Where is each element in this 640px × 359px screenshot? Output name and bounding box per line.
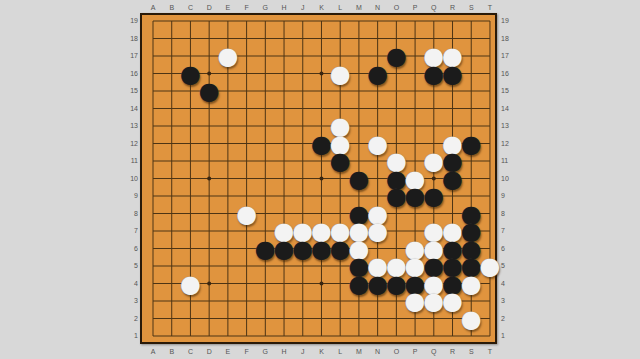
star-point-D4 [207, 282, 211, 286]
coord-left-8: 8 [124, 210, 138, 218]
coord-left-4: 4 [124, 280, 138, 288]
coord-bottom-A: A [148, 348, 158, 356]
coord-bottom-G: G [260, 348, 270, 356]
coord-bottom-M: M [354, 348, 364, 356]
go-app-screen: AABBCCDDEEFFGGHHJJKKLLMMNNOOPPQQRRSSTT19… [0, 0, 640, 359]
coord-left-12: 12 [124, 140, 138, 148]
coord-right-1: 1 [501, 332, 515, 340]
coord-right-13: 13 [501, 122, 515, 130]
coord-top-F: F [242, 4, 252, 12]
coord-top-Q: Q [429, 4, 439, 12]
coord-right-19: 19 [501, 17, 515, 25]
coord-right-2: 2 [501, 315, 515, 323]
coord-left-17: 17 [124, 52, 138, 60]
coord-right-18: 18 [501, 35, 515, 43]
coord-top-D: D [204, 4, 214, 12]
coord-right-15: 15 [501, 87, 515, 95]
coord-left-6: 6 [124, 245, 138, 253]
coord-left-18: 18 [124, 35, 138, 43]
coord-top-S: S [466, 4, 476, 12]
star-point-Q4 [432, 282, 436, 286]
coord-left-2: 2 [124, 315, 138, 323]
star-point-Q10 [432, 177, 436, 181]
coord-top-E: E [223, 4, 233, 12]
star-point-K10 [319, 177, 323, 181]
coord-bottom-S: S [466, 348, 476, 356]
coord-left-1: 1 [124, 332, 138, 340]
coord-left-10: 10 [124, 175, 138, 183]
coord-top-O: O [391, 4, 401, 12]
coord-bottom-T: T [485, 348, 495, 356]
coord-right-4: 4 [501, 280, 515, 288]
coord-right-9: 9 [501, 192, 515, 200]
coord-bottom-E: E [223, 348, 233, 356]
coord-right-8: 8 [501, 210, 515, 218]
coord-bottom-H: H [279, 348, 289, 356]
coord-left-11: 11 [124, 157, 138, 165]
coord-top-A: A [148, 4, 158, 12]
grid-lines [142, 15, 495, 342]
coord-left-19: 19 [124, 17, 138, 25]
coord-right-14: 14 [501, 105, 515, 113]
coord-bottom-O: O [391, 348, 401, 356]
coord-right-6: 6 [501, 245, 515, 253]
coord-top-T: T [485, 4, 495, 12]
coord-left-13: 13 [124, 122, 138, 130]
coord-top-M: M [354, 4, 364, 12]
coord-left-15: 15 [124, 87, 138, 95]
star-point-K16 [319, 72, 323, 76]
coord-right-11: 11 [501, 157, 515, 165]
coord-bottom-J: J [298, 348, 308, 356]
coord-top-H: H [279, 4, 289, 12]
coord-left-7: 7 [124, 227, 138, 235]
star-point-D16 [207, 72, 211, 76]
star-point-K4 [319, 282, 323, 286]
coord-top-K: K [316, 4, 326, 12]
coord-top-J: J [298, 4, 308, 12]
coord-left-3: 3 [124, 297, 138, 305]
coord-bottom-N: N [373, 348, 383, 356]
coord-bottom-R: R [448, 348, 458, 356]
coord-top-C: C [185, 4, 195, 12]
coord-bottom-L: L [335, 348, 345, 356]
coord-bottom-C: C [185, 348, 195, 356]
go-board[interactable] [140, 13, 497, 344]
coord-left-16: 16 [124, 70, 138, 78]
coord-left-9: 9 [124, 192, 138, 200]
coord-top-B: B [167, 4, 177, 12]
coord-right-17: 17 [501, 52, 515, 60]
star-point-D10 [207, 177, 211, 181]
coord-top-P: P [410, 4, 420, 12]
coord-right-16: 16 [501, 70, 515, 78]
coord-right-5: 5 [501, 262, 515, 270]
coord-top-L: L [335, 4, 345, 12]
coord-bottom-K: K [316, 348, 326, 356]
coord-top-R: R [448, 4, 458, 12]
coord-right-12: 12 [501, 140, 515, 148]
coord-bottom-D: D [204, 348, 214, 356]
coord-right-7: 7 [501, 227, 515, 235]
coord-bottom-B: B [167, 348, 177, 356]
coord-right-3: 3 [501, 297, 515, 305]
coord-top-G: G [260, 4, 270, 12]
coord-top-N: N [373, 4, 383, 12]
coord-right-10: 10 [501, 175, 515, 183]
coord-bottom-F: F [242, 348, 252, 356]
star-point-Q16 [432, 72, 436, 76]
coord-left-14: 14 [124, 105, 138, 113]
coord-bottom-P: P [410, 348, 420, 356]
coord-left-5: 5 [124, 262, 138, 270]
coord-bottom-Q: Q [429, 348, 439, 356]
